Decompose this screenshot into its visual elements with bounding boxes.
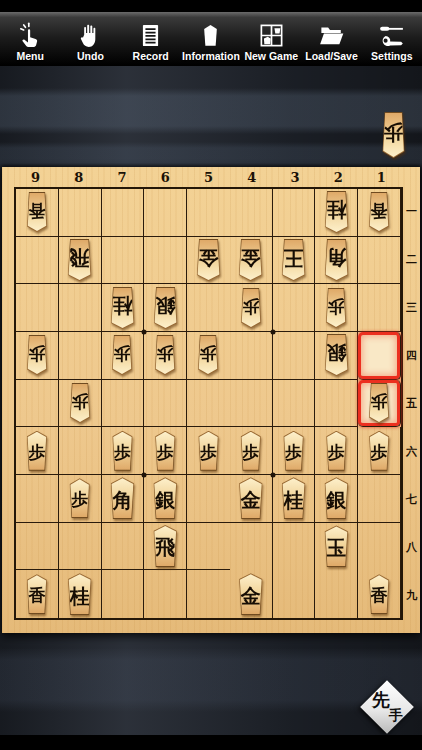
board-cell[interactable] [315,380,358,428]
board-cell[interactable] [230,189,273,237]
shogi-piece-sente[interactable]: 歩 [321,431,351,471]
board-cell[interactable]: 銀 [144,475,187,523]
piece-kanji: 香 [28,202,45,222]
board-cell[interactable] [16,237,59,285]
board-cell[interactable] [358,237,401,285]
star-point [270,329,275,334]
shogi-piece-sente[interactable]: 銀 [148,477,183,519]
shogi-piece-gote[interactable]: 桂 [319,191,354,233]
board-cell[interactable]: 歩 [230,427,273,475]
board-cell[interactable] [358,332,401,380]
column-label: 8 [57,167,100,187]
column-label: 6 [144,167,187,187]
piece-kanji: 銀 [326,487,346,510]
board-cell[interactable]: 飛 [144,523,187,571]
badge-char-1: 先 [372,688,390,712]
piece-kanji: 歩 [371,393,388,413]
shogi-piece-sente[interactable]: 桂 [276,477,311,519]
board-cell[interactable] [273,332,316,380]
board-cell[interactable] [187,284,230,332]
column-label: 2 [317,167,360,187]
board-cell[interactable]: 歩 [16,332,59,380]
piece-kanji: 角 [112,487,132,510]
new-game-label: New Game [244,50,298,62]
piece-kanji: 王 [284,248,304,271]
row-label: 九 [404,572,419,620]
board-cell[interactable] [144,237,187,285]
column-label: 3 [273,167,316,187]
shogi-piece-sente[interactable]: 歩 [193,431,223,471]
shogi-piece-sente[interactable]: 香 [22,574,52,614]
row-label: 四 [404,331,419,379]
status-bar-strip [0,0,422,12]
toolbar: Menu Undo Record [0,12,422,66]
piece-kanji: 香 [28,584,45,604]
piece-kanji: 桂 [284,487,304,510]
piece-kanji: 歩 [242,298,259,318]
board-cell[interactable] [230,380,273,428]
board-cell[interactable]: 香 [16,570,59,618]
piece-kanji: 角 [326,248,346,271]
board-cell[interactable]: 香 [358,189,401,237]
piece-kanji: 桂 [70,583,90,606]
star-point [270,473,275,478]
shogi-piece-gote[interactable]: 金 [191,239,226,281]
row-label: 五 [404,379,419,427]
board-cell[interactable]: 歩 [358,427,401,475]
board-cell[interactable] [59,332,102,380]
piece-kanji: 香 [371,584,388,604]
folder-icon [318,22,345,49]
board-grid: 香桂香飛金金王角桂銀歩歩歩歩歩歩銀歩歩歩歩歩歩歩歩歩歩歩角銀金桂銀飛玉香桂金香 [14,187,403,620]
board-cell[interactable] [187,523,230,571]
shogi-piece-gote[interactable]: 飛 [62,239,97,281]
information-button[interactable]: Information [181,12,241,65]
board-cell[interactable] [273,523,316,571]
piece-kanji: 銀 [155,296,175,319]
shogi-piece-sente[interactable]: 玉 [319,525,354,567]
board-cell[interactable]: 玉 [315,523,358,571]
shogi-piece-gote[interactable]: 歩 [193,335,223,375]
piece-kanji: 歩 [157,441,174,461]
board-cell[interactable]: 歩 [315,284,358,332]
tools-icon [378,22,405,49]
record-label: Record [133,50,169,62]
column-label: 4 [230,167,273,187]
new-game-button[interactable]: New Game [241,12,301,65]
captured-piece-kanji: 歩 [384,124,404,147]
shogi-piece-gote[interactable]: 香 [22,192,52,232]
board-cell[interactable]: 歩 [16,427,59,475]
piece-kanji: 桂 [326,201,346,224]
board-cell[interactable] [16,284,59,332]
piece-kanji: 歩 [71,393,88,413]
board-cell[interactable]: 桂 [59,570,102,618]
board-cell[interactable]: 歩 [273,427,316,475]
star-point [142,329,147,334]
board-cell[interactable]: 歩 [102,332,145,380]
shogi-piece-sente[interactable]: 歩 [107,431,137,471]
board-cell[interactable]: 桂 [315,189,358,237]
board-cell[interactable] [144,570,187,618]
board-cell[interactable] [102,570,145,618]
board-cell[interactable]: 香 [16,189,59,237]
piece-kanji: 金 [241,248,261,271]
shogi-piece-sente[interactable]: 歩 [279,431,309,471]
column-label: 1 [360,167,403,187]
board-cell[interactable] [230,523,273,571]
record-button[interactable]: Record [121,12,181,65]
row-label: 一 [404,187,419,235]
board-cell[interactable] [144,380,187,428]
board-cell[interactable] [273,570,316,618]
piece-kanji: 飛 [155,534,175,557]
board-cell[interactable] [102,523,145,571]
column-label: 9 [14,167,57,187]
board-cell[interactable] [144,189,187,237]
board-cell[interactable] [273,284,316,332]
board-cell[interactable] [358,475,401,523]
shogi-piece-sente[interactable]: 歩 [22,431,52,471]
shogi-piece-sente[interactable]: 桂 [62,573,97,615]
shogi-piece-icon [197,22,224,49]
board-cell[interactable]: 香 [358,570,401,618]
shogi-piece-sente[interactable]: 角 [105,477,140,519]
shogi-piece-gote[interactable]: 銀 [148,287,183,329]
board-cell[interactable] [187,570,230,618]
board-cell[interactable] [230,332,273,380]
shogi-piece-gote[interactable]: 歩 [364,383,394,423]
shogi-piece-gote[interactable]: 銀 [319,334,354,376]
board-cell[interactable] [102,189,145,237]
board-cell[interactable] [59,284,102,332]
board-cell[interactable] [59,523,102,571]
shogi-piece-sente[interactable]: 歩 [364,431,394,471]
board-cell[interactable] [16,523,59,571]
shogi-piece-gote[interactable]: 歩 [321,288,351,328]
piece-kanji: 銀 [155,487,175,510]
board-cell[interactable] [187,475,230,523]
board-cell[interactable]: 歩 [315,427,358,475]
shogi-piece-sente[interactable]: 金 [233,477,268,519]
shogi-piece-gote[interactable]: 歩 [107,335,137,375]
app-screen: Menu Undo Record [0,0,422,750]
piece-kanji: 桂 [112,296,132,319]
shogi-piece-gote[interactable]: 桂 [105,287,140,329]
menu-button[interactable]: Menu [0,12,60,65]
piece-kanji: 金 [241,487,261,510]
piece-kanji: 金 [198,248,218,271]
load-save-label: Load/Save [305,50,358,62]
piece-kanji: 歩 [28,441,45,461]
settings-label: Settings [371,50,412,62]
board-cell[interactable]: 銀 [315,332,358,380]
board-cell[interactable]: 歩 [59,380,102,428]
row-label: 八 [404,524,419,572]
piece-kanji: 金 [241,583,261,606]
bottom-bar [0,735,422,750]
piece-kanji: 歩 [200,441,217,461]
board-cell[interactable] [102,237,145,285]
row-label: 三 [404,283,419,331]
shogi-piece-sente[interactable]: 歩 [65,478,95,518]
shogi-piece-sente[interactable]: 歩 [150,431,180,471]
board-grid-icon [258,22,285,49]
board-cell[interactable]: 金 [230,237,273,285]
shogi-piece-sente[interactable]: 銀 [319,477,354,519]
board-cell[interactable]: 角 [102,475,145,523]
shogi-piece-gote[interactable]: 角 [319,239,354,281]
board-cell[interactable] [102,380,145,428]
board-cell[interactable] [59,427,102,475]
board-cell[interactable]: 歩 [358,380,401,428]
board-cell[interactable]: 金 [187,237,230,285]
shogi-piece-gote[interactable]: 歩 [150,335,180,375]
board-cell[interactable] [358,284,401,332]
piece-kanji: 玉 [326,535,346,558]
stop-hand-icon [77,22,104,49]
sente-turn-badge: 先 手 [361,681,413,733]
board-cell[interactable] [273,380,316,428]
shogi-piece-gote[interactable]: 歩 [236,288,266,328]
tap-hand-icon [17,22,44,49]
piece-kanji: 歩 [328,441,345,461]
board-cell[interactable]: 金 [230,570,273,618]
piece-kanji: 歩 [114,441,131,461]
column-labels: 987654321 [14,167,403,187]
shogi-piece-sente[interactable]: 飛 [148,525,183,567]
board-cell[interactable]: 銀 [144,284,187,332]
piece-kanji: 銀 [326,344,346,367]
piece-kanji: 歩 [157,345,174,365]
column-label: 7 [100,167,143,187]
undo-label: Undo [77,50,104,62]
board-cell[interactable] [273,189,316,237]
menu-label: Menu [16,50,43,62]
row-label: 七 [404,476,419,524]
piece-kanji: 歩 [242,441,259,461]
piece-kanji: 歩 [328,298,345,318]
piece-kanji: 歩 [114,345,131,365]
board-cell[interactable]: 歩 [230,284,273,332]
board-cell[interactable]: 角 [315,237,358,285]
board-cell[interactable]: 桂 [102,284,145,332]
board-cell[interactable]: 歩 [187,332,230,380]
badge-char-2: 手 [389,707,403,725]
gote-captured-tray: 歩 [377,112,410,158]
shogi-piece-gote[interactable]: 歩 [22,335,52,375]
board-cell[interactable]: 歩 [187,427,230,475]
shogi-piece-sente[interactable]: 金 [233,573,268,615]
shogi-piece-sente[interactable]: 香 [364,574,394,614]
column-label: 5 [187,167,230,187]
piece-kanji: 歩 [200,345,217,365]
shogi-piece-gote[interactable]: 金 [233,239,268,281]
shogi-piece-gote[interactable]: 歩 [65,383,95,423]
board-cell[interactable] [59,189,102,237]
board-cell[interactable] [16,475,59,523]
board-cell[interactable]: 歩 [144,427,187,475]
board-cell[interactable]: 王 [273,237,316,285]
shogi-piece-gote[interactable]: 王 [276,239,311,281]
board-cell[interactable]: 歩 [59,475,102,523]
board-cell[interactable]: 飛 [59,237,102,285]
row-label: 六 [404,428,419,476]
undo-button[interactable]: Undo [60,12,120,65]
board-cell[interactable] [187,380,230,428]
row-labels: 一二三四五六七八九 [404,187,419,620]
piece-kanji: 歩 [28,345,45,365]
gote-captured-pawn[interactable]: 歩 [377,112,410,158]
star-point [142,473,147,478]
board-cell[interactable] [187,189,230,237]
piece-kanji: 歩 [371,441,388,461]
board-cell[interactable]: 桂 [273,475,316,523]
piece-kanji: 歩 [71,488,88,508]
shogi-piece-sente[interactable]: 歩 [236,431,266,471]
shogi-piece-gote[interactable]: 香 [364,192,394,232]
document-icon [137,22,164,49]
board-cell[interactable]: 金 [230,475,273,523]
load-save-button[interactable]: Load/Save [301,12,361,65]
board-cell[interactable]: 歩 [102,427,145,475]
piece-kanji: 飛 [70,248,90,271]
settings-button[interactable]: Settings [362,12,422,65]
board-cell[interactable] [358,523,401,571]
board-cell[interactable]: 銀 [315,475,358,523]
board-cell[interactable]: 歩 [144,332,187,380]
piece-kanji: 歩 [285,441,302,461]
piece-kanji: 香 [371,202,388,222]
board-cell[interactable] [315,570,358,618]
information-label: Information [182,50,240,62]
row-label: 二 [404,235,419,283]
board-cell[interactable] [16,380,59,428]
shogi-board: 987654321 一二三四五六七八九 香桂香飛金金王角桂銀歩歩歩歩歩歩銀歩歩歩… [2,167,420,633]
